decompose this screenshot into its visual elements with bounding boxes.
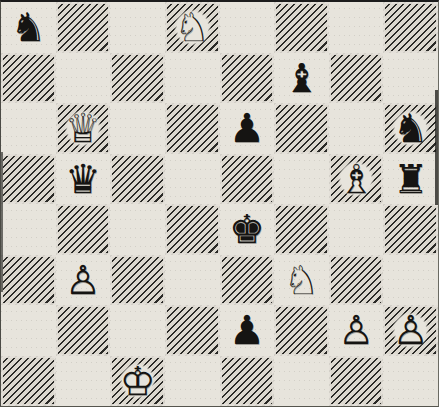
square-g1 [329,356,384,407]
square-f6 [274,103,329,154]
square-d6 [165,103,220,154]
white-knight-d8: ♘ [165,2,220,53]
square-h1 [383,356,438,407]
square-d2 [165,305,220,356]
white-pawn-b3: ♙ [56,255,111,306]
square-g8 [329,2,384,53]
black-pawn-e2: ♟ [220,305,275,356]
square-e4: ♚ [220,204,275,255]
white-bishop-g5: ♗ [329,154,384,205]
square-h5: ♜ [383,154,438,205]
square-e1 [220,356,275,407]
square-c2 [110,305,165,356]
black-bishop-f7: ♝ [274,53,329,104]
white-king-c1: ♔ [110,356,165,407]
square-d8: ♘ [165,2,220,53]
square-e2: ♟ [220,305,275,356]
square-a6 [1,103,56,154]
square-g6 [329,103,384,154]
square-g2: ♙ [329,305,384,356]
square-a1 [1,356,56,407]
print-smudge [1,152,3,292]
square-h8 [383,2,438,53]
chess-diagram-scan: ♞♘♝♕♟♞♛♗♜♚♙♘♟♙♙♔ [0,0,439,407]
square-b8 [56,2,111,53]
square-b2 [56,305,111,356]
square-d4 [165,204,220,255]
square-c3 [110,255,165,306]
square-d1 [165,356,220,407]
black-rook-h5: ♜ [383,154,438,205]
square-h6: ♞ [383,103,438,154]
square-e6: ♟ [220,103,275,154]
square-c1: ♔ [110,356,165,407]
white-queen-b6: ♕ [56,103,111,154]
square-f8 [274,2,329,53]
square-g4 [329,204,384,255]
square-a2 [1,305,56,356]
square-a3 [1,255,56,306]
square-h4 [383,204,438,255]
black-queen-b5: ♛ [56,154,111,205]
square-h3 [383,255,438,306]
square-d5 [165,154,220,205]
square-g7 [329,53,384,104]
square-e3 [220,255,275,306]
square-a5 [1,154,56,205]
square-d7 [165,53,220,104]
square-f7: ♝ [274,53,329,104]
square-a8: ♞ [1,2,56,53]
square-e8 [220,2,275,53]
square-a7 [1,53,56,104]
chess-board: ♞♘♝♕♟♞♛♗♜♚♙♘♟♙♙♔ [1,2,438,406]
print-smudge [435,90,438,205]
white-knight-f3: ♘ [274,255,329,306]
square-b4 [56,204,111,255]
square-g3 [329,255,384,306]
square-b5: ♛ [56,154,111,205]
square-f1 [274,356,329,407]
square-c5 [110,154,165,205]
white-pawn-g2: ♙ [329,305,384,356]
square-c4 [110,204,165,255]
square-d3 [165,255,220,306]
square-a4 [1,204,56,255]
square-e5 [220,154,275,205]
square-b6: ♕ [56,103,111,154]
square-e7 [220,53,275,104]
square-g5: ♗ [329,154,384,205]
square-f3: ♘ [274,255,329,306]
square-h7 [383,53,438,104]
square-b3: ♙ [56,255,111,306]
square-h2: ♙ [383,305,438,356]
square-c7 [110,53,165,104]
black-knight-a8: ♞ [1,2,56,53]
square-c8 [110,2,165,53]
black-pawn-e6: ♟ [220,103,275,154]
square-f2 [274,305,329,356]
square-c6 [110,103,165,154]
square-b1 [56,356,111,407]
black-knight-h6: ♞ [383,103,438,154]
square-f4 [274,204,329,255]
square-f5 [274,154,329,205]
square-b7 [56,53,111,104]
white-pawn-h2: ♙ [383,305,438,356]
black-king-e4: ♚ [220,204,275,255]
